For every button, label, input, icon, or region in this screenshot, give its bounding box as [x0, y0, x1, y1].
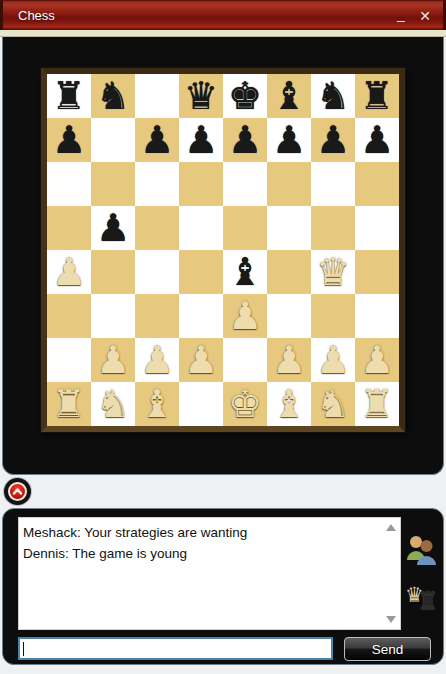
square-f5[interactable] — [267, 206, 311, 250]
square-c7[interactable]: ♟ — [135, 118, 179, 162]
scroll-up-icon[interactable] — [386, 524, 396, 531]
square-c3[interactable] — [135, 294, 179, 338]
black-pawn[interactable]: ♟ — [140, 118, 174, 162]
square-g3[interactable] — [311, 294, 355, 338]
square-c6[interactable] — [135, 162, 179, 206]
minimize-button[interactable]: – — [391, 1, 411, 31]
black-pawn[interactable]: ♟ — [316, 118, 350, 162]
square-f6[interactable] — [267, 162, 311, 206]
white-pawn[interactable]: ♟ — [272, 338, 306, 382]
square-f8[interactable]: ♝ — [267, 74, 311, 118]
white-queen[interactable]: ♛ — [316, 250, 350, 294]
chess-pieces-icon[interactable]: ♛ ♜ — [405, 581, 437, 619]
black-pawn[interactable]: ♟ — [52, 118, 86, 162]
white-pawn[interactable]: ♟ — [360, 338, 394, 382]
square-d5[interactable] — [179, 206, 223, 250]
white-pawn[interactable]: ♟ — [96, 338, 130, 382]
black-pawn[interactable]: ♟ — [360, 118, 394, 162]
square-a6[interactable] — [47, 162, 91, 206]
square-g8[interactable]: ♞ — [311, 74, 355, 118]
square-e8[interactable]: ♚ — [223, 74, 267, 118]
square-a5[interactable] — [47, 206, 91, 250]
square-b6[interactable] — [91, 162, 135, 206]
collapse-button[interactable] — [4, 478, 31, 505]
square-a8[interactable]: ♜ — [47, 74, 91, 118]
black-pawn[interactable]: ♟ — [184, 118, 218, 162]
square-g1[interactable]: ♞ — [311, 382, 355, 426]
chevron-up-icon — [8, 482, 27, 501]
square-e7[interactable]: ♟ — [223, 118, 267, 162]
square-e4[interactable]: ♝ — [223, 250, 267, 294]
square-a1[interactable]: ♜ — [47, 382, 91, 426]
text-caret — [23, 642, 24, 656]
white-rook[interactable]: ♜ — [360, 382, 394, 426]
square-f2[interactable]: ♟ — [267, 338, 311, 382]
window-title: Chess — [18, 8, 55, 23]
square-c1[interactable]: ♝ — [135, 382, 179, 426]
black-rook[interactable]: ♜ — [52, 74, 86, 118]
title-bar[interactable]: Chess – ✕ — [0, 0, 446, 30]
square-f7[interactable]: ♟ — [267, 118, 311, 162]
square-b4[interactable] — [91, 250, 135, 294]
square-h8[interactable]: ♜ — [355, 74, 399, 118]
black-bishop[interactable]: ♝ — [272, 74, 306, 118]
square-a7[interactable]: ♟ — [47, 118, 91, 162]
square-h1[interactable]: ♜ — [355, 382, 399, 426]
titlebar-accent-strip — [0, 30, 446, 37]
white-pawn[interactable]: ♟ — [184, 338, 218, 382]
white-pawn[interactable]: ♟ — [52, 250, 86, 294]
black-rook-icon: ♜ — [417, 587, 439, 615]
square-d7[interactable]: ♟ — [179, 118, 223, 162]
square-g7[interactable]: ♟ — [311, 118, 355, 162]
scroll-down-icon[interactable] — [386, 616, 396, 623]
black-knight[interactable]: ♞ — [316, 74, 350, 118]
square-h6[interactable] — [355, 162, 399, 206]
white-pawn[interactable]: ♟ — [228, 294, 262, 338]
square-b2[interactable]: ♟ — [91, 338, 135, 382]
square-e1[interactable]: ♚ — [223, 382, 267, 426]
square-g6[interactable] — [311, 162, 355, 206]
black-pawn[interactable]: ♟ — [96, 206, 130, 250]
board-grid: ♜♞♛♚♝♞♜♟♟♟♟♟♟♟♟♟♝♛♟♟♟♟♟♟♟♜♞♝♚♝♞♜ — [47, 74, 399, 426]
square-a4[interactable]: ♟ — [47, 250, 91, 294]
chess-window: Chess – ✕ ♜♞♛♚♝♞♜♟♟♟♟♟♟♟♟♟♝♛♟♟♟♟♟♟♟♜♞♝♚♝… — [0, 0, 446, 674]
square-b7[interactable] — [91, 118, 135, 162]
chess-board: ♜♞♛♚♝♞♜♟♟♟♟♟♟♟♟♟♝♛♟♟♟♟♟♟♟♜♞♝♚♝♞♜ — [41, 68, 405, 432]
chat-message: Dennis: The game is young — [23, 543, 380, 564]
chat-input[interactable] — [18, 637, 333, 660]
black-king[interactable]: ♚ — [228, 74, 262, 118]
square-b1[interactable]: ♞ — [91, 382, 135, 426]
white-rook[interactable]: ♜ — [52, 382, 86, 426]
square-d3[interactable] — [179, 294, 223, 338]
black-knight[interactable]: ♞ — [96, 74, 130, 118]
square-h4[interactable] — [355, 250, 399, 294]
black-pawn[interactable]: ♟ — [272, 118, 306, 162]
square-a2[interactable] — [47, 338, 91, 382]
square-g5[interactable] — [311, 206, 355, 250]
square-f1[interactable]: ♝ — [267, 382, 311, 426]
square-c4[interactable] — [135, 250, 179, 294]
white-king[interactable]: ♚ — [228, 382, 262, 426]
square-e2[interactable] — [223, 338, 267, 382]
square-d4[interactable] — [179, 250, 223, 294]
black-pawn[interactable]: ♟ — [228, 118, 262, 162]
white-pawn[interactable]: ♟ — [140, 338, 174, 382]
square-d6[interactable] — [179, 162, 223, 206]
black-queen[interactable]: ♛ — [184, 74, 218, 118]
square-h7[interactable]: ♟ — [355, 118, 399, 162]
square-h3[interactable] — [355, 294, 399, 338]
white-bishop[interactable]: ♝ — [272, 382, 306, 426]
square-b3[interactable] — [91, 294, 135, 338]
square-b5[interactable]: ♟ — [91, 206, 135, 250]
square-f3[interactable] — [267, 294, 311, 338]
square-a3[interactable] — [47, 294, 91, 338]
close-button[interactable]: ✕ — [415, 1, 435, 31]
chat-messages: Meshack: Your strategies are wantingDenn… — [23, 522, 380, 564]
square-g4[interactable]: ♛ — [311, 250, 355, 294]
square-e3[interactable]: ♟ — [223, 294, 267, 338]
square-c8[interactable] — [135, 74, 179, 118]
square-e5[interactable] — [223, 206, 267, 250]
black-bishop[interactable]: ♝ — [228, 250, 262, 294]
chat-history[interactable]: Meshack: Your strategies are wantingDenn… — [18, 517, 401, 630]
square-h2[interactable]: ♟ — [355, 338, 399, 382]
black-rook[interactable]: ♜ — [360, 74, 394, 118]
square-d2[interactable]: ♟ — [179, 338, 223, 382]
white-knight[interactable]: ♞ — [96, 382, 130, 426]
chat-message: Meshack: Your strategies are wanting — [23, 522, 380, 543]
square-c2[interactable]: ♟ — [135, 338, 179, 382]
square-g2[interactable]: ♟ — [311, 338, 355, 382]
square-d1[interactable] — [179, 382, 223, 426]
white-knight[interactable]: ♞ — [316, 382, 350, 426]
white-bishop[interactable]: ♝ — [140, 382, 174, 426]
send-button[interactable]: Send — [344, 637, 431, 661]
chat-panel: Meshack: Your strategies are wantingDenn… — [2, 508, 444, 665]
square-d8[interactable]: ♛ — [179, 74, 223, 118]
white-pawn[interactable]: ♟ — [316, 338, 350, 382]
square-h5[interactable] — [355, 206, 399, 250]
square-b8[interactable]: ♞ — [91, 74, 135, 118]
square-e6[interactable] — [223, 162, 267, 206]
square-f4[interactable] — [267, 250, 311, 294]
square-c5[interactable] — [135, 206, 179, 250]
players-icon[interactable] — [405, 533, 437, 571]
